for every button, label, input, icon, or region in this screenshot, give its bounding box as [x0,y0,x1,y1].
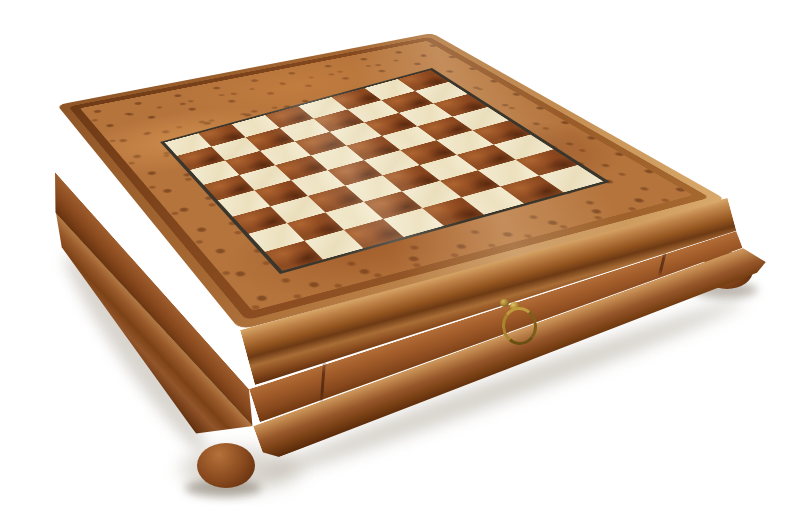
ring-pull-mount-bead [500,299,509,307]
bun-foot-near [197,443,255,488]
photo-background [0,0,800,506]
